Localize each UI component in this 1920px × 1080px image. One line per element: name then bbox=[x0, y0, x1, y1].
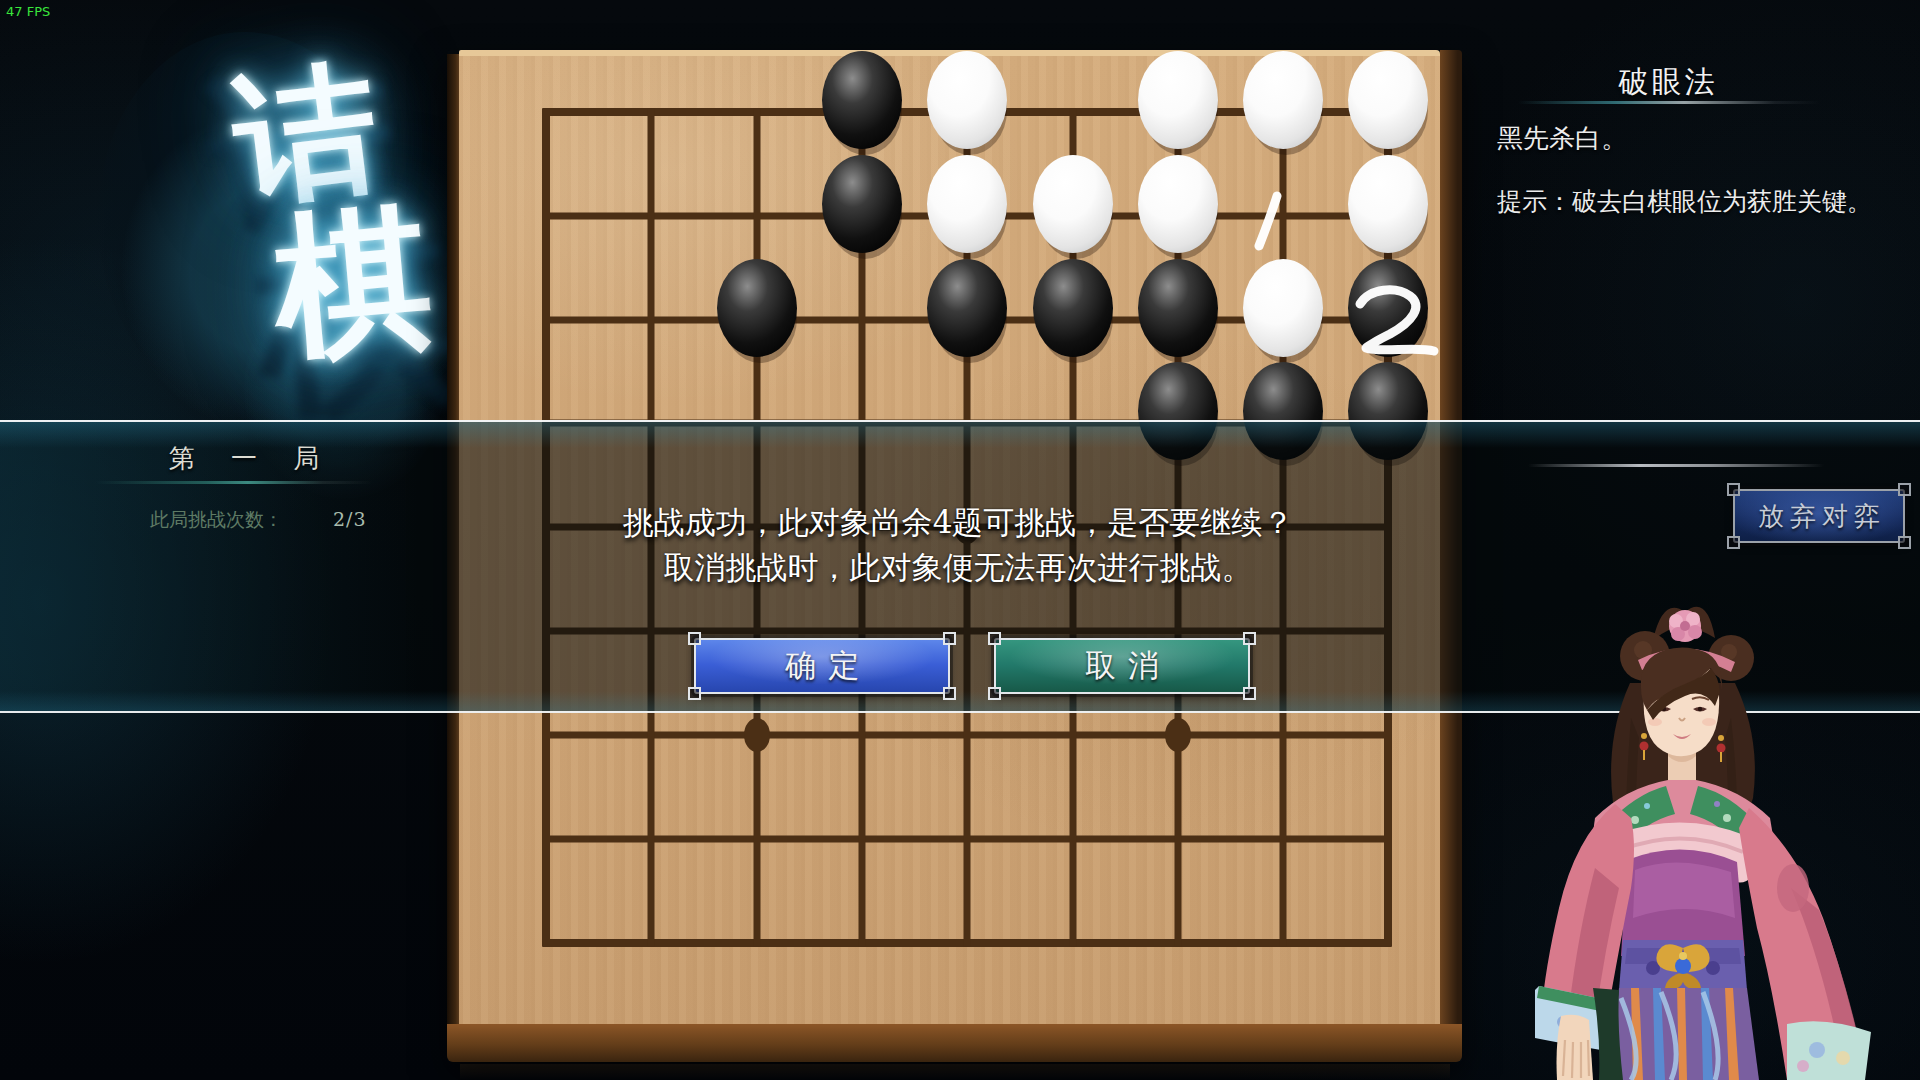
dialog-message: 挑战成功，此对象尚余4题可挑战，是否要继续？ 取消挑战时，此对象便无法再次进行挑… bbox=[453, 500, 1463, 590]
cancel-button-label: 取消 bbox=[1073, 645, 1171, 687]
dialog-line1: 挑战成功，此对象尚余4题可挑战，是否要继续？ bbox=[453, 500, 1463, 545]
corner-nub-icon bbox=[1243, 687, 1256, 700]
corner-nub-icon bbox=[1243, 632, 1256, 645]
attempts-label: 此局挑战次数： bbox=[150, 508, 283, 530]
corner-nub-icon bbox=[688, 632, 701, 645]
right-separator bbox=[1528, 464, 1824, 467]
corner-nub-icon bbox=[688, 687, 701, 700]
abandon-game-button[interactable]: 放弃对弈 bbox=[1733, 489, 1905, 543]
attempts-status: 此局挑战次数：2/3 bbox=[150, 507, 367, 533]
corner-nub-icon bbox=[1898, 483, 1911, 496]
abandon-button-label: 放弃对弈 bbox=[1752, 499, 1886, 534]
confirm-button-label: 确定 bbox=[773, 645, 871, 687]
left-separator bbox=[95, 481, 373, 484]
cancel-button[interactable]: 取消 bbox=[994, 638, 1250, 694]
round-title: 第 一 局 bbox=[95, 441, 407, 476]
corner-nub-icon bbox=[988, 632, 1001, 645]
fps-counter: 47 FPS bbox=[6, 4, 50, 19]
attempts-value: 2/3 bbox=[333, 508, 367, 530]
corner-nub-icon bbox=[1898, 536, 1911, 549]
corner-nub-icon bbox=[1727, 483, 1740, 496]
corner-nub-icon bbox=[988, 687, 1001, 700]
corner-nub-icon bbox=[943, 687, 956, 700]
corner-nub-icon bbox=[1727, 536, 1740, 549]
companion-character bbox=[1535, 588, 1920, 1080]
flower-hair-ornament bbox=[1669, 610, 1702, 642]
corner-nub-icon bbox=[943, 632, 956, 645]
confirm-button[interactable]: 确定 bbox=[694, 638, 950, 694]
dialog-line2: 取消挑战时，此对象便无法再次进行挑战。 bbox=[453, 545, 1463, 590]
